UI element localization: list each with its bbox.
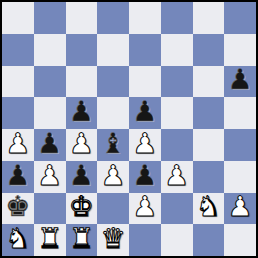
white-pawn-b3[interactable]: ♟ [37,162,62,190]
chess-board: ♟♟♟♟♟♟♝♟♟♟♟♟♟♟♚♚♟♞♟♞♜♜♛ [0,0,258,258]
square-c3[interactable]: ♟ [66,161,98,193]
square-g4[interactable] [193,129,225,161]
square-h8[interactable] [224,2,256,34]
square-g8[interactable] [193,2,225,34]
square-d5[interactable] [97,97,129,129]
square-a1[interactable]: ♞ [2,224,34,256]
square-d1[interactable]: ♛ [97,224,129,256]
square-c1[interactable]: ♜ [66,224,98,256]
black-pawn-h6[interactable]: ♟ [228,66,253,94]
square-h7[interactable] [224,34,256,66]
square-a3[interactable]: ♟ [2,161,34,193]
square-a5[interactable] [2,97,34,129]
square-e4[interactable]: ♟ [129,129,161,161]
chess-board-grid: ♟♟♟♟♟♟♝♟♟♟♟♟♟♟♚♚♟♞♟♞♜♜♛ [2,2,256,256]
black-pawn-c5[interactable]: ♟ [69,98,94,126]
square-g5[interactable] [193,97,225,129]
square-c2[interactable]: ♚ [66,193,98,225]
square-a4[interactable]: ♟ [2,129,34,161]
square-e5[interactable]: ♟ [129,97,161,129]
white-pawn-c4[interactable]: ♟ [69,130,94,158]
square-g3[interactable] [193,161,225,193]
white-pawn-e4[interactable]: ♟ [132,130,157,158]
square-f1[interactable] [161,224,193,256]
square-b6[interactable] [34,66,66,98]
square-a2[interactable]: ♚ [2,193,34,225]
white-king-c2[interactable]: ♚ [69,193,94,221]
white-pawn-d3[interactable]: ♟ [101,162,126,190]
white-rook-c1[interactable]: ♜ [69,225,94,253]
square-f2[interactable] [161,193,193,225]
square-b1[interactable]: ♜ [34,224,66,256]
square-h3[interactable] [224,161,256,193]
square-g7[interactable] [193,34,225,66]
white-rook-b1[interactable]: ♜ [37,225,62,253]
black-pawn-c3[interactable]: ♟ [69,162,94,190]
white-queen-d1[interactable]: ♛ [101,225,126,253]
white-knight-g2[interactable]: ♞ [196,193,221,221]
square-d7[interactable] [97,34,129,66]
square-c4[interactable]: ♟ [66,129,98,161]
square-d6[interactable] [97,66,129,98]
black-bishop-d4[interactable]: ♝ [101,130,126,158]
square-f3[interactable]: ♟ [161,161,193,193]
square-c6[interactable] [66,66,98,98]
white-knight-a1[interactable]: ♞ [5,225,30,253]
square-f8[interactable] [161,2,193,34]
square-e6[interactable] [129,66,161,98]
square-b5[interactable] [34,97,66,129]
white-pawn-f3[interactable]: ♟ [164,162,189,190]
square-e8[interactable] [129,2,161,34]
square-h5[interactable] [224,97,256,129]
square-h6[interactable]: ♟ [224,66,256,98]
square-e2[interactable]: ♟ [129,193,161,225]
square-g1[interactable] [193,224,225,256]
square-d4[interactable]: ♝ [97,129,129,161]
square-d3[interactable]: ♟ [97,161,129,193]
square-c8[interactable] [66,2,98,34]
square-g6[interactable] [193,66,225,98]
square-b2[interactable] [34,193,66,225]
square-f6[interactable] [161,66,193,98]
square-f7[interactable] [161,34,193,66]
square-a6[interactable] [2,66,34,98]
square-e3[interactable]: ♟ [129,161,161,193]
white-pawn-e2[interactable]: ♟ [132,193,157,221]
square-d8[interactable] [97,2,129,34]
white-pawn-h2[interactable]: ♟ [228,193,253,221]
square-f5[interactable] [161,97,193,129]
square-e7[interactable] [129,34,161,66]
black-king-a2[interactable]: ♚ [5,193,30,221]
square-b3[interactable]: ♟ [34,161,66,193]
square-a8[interactable] [2,2,34,34]
square-g2[interactable]: ♞ [193,193,225,225]
square-a7[interactable] [2,34,34,66]
black-pawn-e5[interactable]: ♟ [132,98,157,126]
black-pawn-b4[interactable]: ♟ [37,130,62,158]
square-c5[interactable]: ♟ [66,97,98,129]
square-e1[interactable] [129,224,161,256]
square-b4[interactable]: ♟ [34,129,66,161]
square-c7[interactable] [66,34,98,66]
square-f4[interactable] [161,129,193,161]
square-h4[interactable] [224,129,256,161]
square-b7[interactable] [34,34,66,66]
white-pawn-a4[interactable]: ♟ [5,130,30,158]
black-pawn-e3[interactable]: ♟ [132,162,157,190]
square-h2[interactable]: ♟ [224,193,256,225]
square-d2[interactable] [97,193,129,225]
square-h1[interactable] [224,224,256,256]
square-b8[interactable] [34,2,66,34]
black-pawn-a3[interactable]: ♟ [5,162,30,190]
